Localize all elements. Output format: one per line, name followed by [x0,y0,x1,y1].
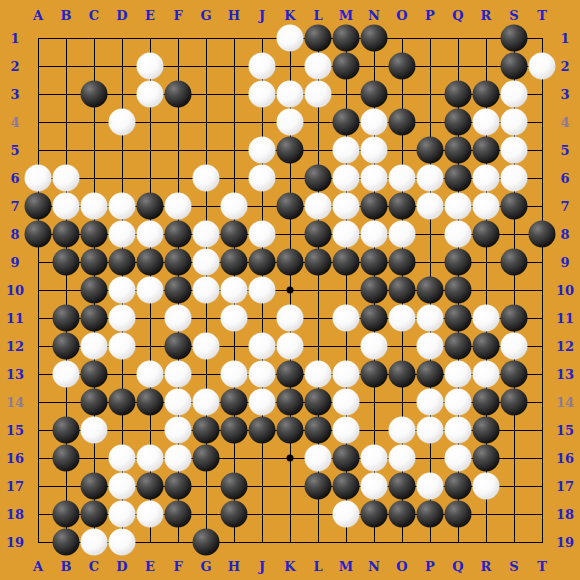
intersection-D15[interactable] [108,416,136,444]
intersection-C13[interactable] [80,360,108,388]
intersection-E19[interactable] [136,528,164,556]
intersection-P10[interactable] [416,276,444,304]
intersection-B11[interactable] [52,304,80,332]
intersection-Q7[interactable] [444,192,472,220]
intersection-Q4[interactable] [444,108,472,136]
intersection-G17[interactable] [192,472,220,500]
intersection-D8[interactable] [108,220,136,248]
intersection-C4[interactable] [80,108,108,136]
intersection-G3[interactable] [192,80,220,108]
intersection-F10[interactable] [164,276,192,304]
intersection-H18[interactable] [220,500,248,528]
intersection-R3[interactable] [472,80,500,108]
intersection-J11[interactable] [248,304,276,332]
intersection-R5[interactable] [472,136,500,164]
intersection-D2[interactable] [108,52,136,80]
intersection-R11[interactable] [472,304,500,332]
intersection-K6[interactable] [276,164,304,192]
intersection-L12[interactable] [304,332,332,360]
intersection-J5[interactable] [248,136,276,164]
intersection-M13[interactable] [332,360,360,388]
intersection-O16[interactable] [388,444,416,472]
intersection-H3[interactable] [220,80,248,108]
intersection-A17[interactable] [24,472,52,500]
intersection-O19[interactable] [388,528,416,556]
intersection-A3[interactable] [24,80,52,108]
intersection-T5[interactable] [528,136,556,164]
intersection-H8[interactable] [220,220,248,248]
intersection-M10[interactable] [332,276,360,304]
intersection-L7[interactable] [304,192,332,220]
intersection-S10[interactable] [500,276,528,304]
intersection-D6[interactable] [108,164,136,192]
intersection-T10[interactable] [528,276,556,304]
intersection-R7[interactable] [472,192,500,220]
intersection-J8[interactable] [248,220,276,248]
intersection-H4[interactable] [220,108,248,136]
intersection-P16[interactable] [416,444,444,472]
intersection-S17[interactable] [500,472,528,500]
intersection-S11[interactable] [500,304,528,332]
intersection-K10[interactable] [276,276,304,304]
intersection-Q12[interactable] [444,332,472,360]
intersection-J16[interactable] [248,444,276,472]
intersection-N1[interactable] [360,24,388,52]
intersection-B10[interactable] [52,276,80,304]
intersection-S6[interactable] [500,164,528,192]
intersection-P15[interactable] [416,416,444,444]
intersection-B13[interactable] [52,360,80,388]
intersection-E16[interactable] [136,444,164,472]
intersection-K14[interactable] [276,388,304,416]
intersection-M8[interactable] [332,220,360,248]
intersection-O11[interactable] [388,304,416,332]
intersection-H12[interactable] [220,332,248,360]
intersection-L3[interactable] [304,80,332,108]
intersection-S16[interactable] [500,444,528,472]
intersection-C7[interactable] [80,192,108,220]
intersection-N18[interactable] [360,500,388,528]
intersection-Q6[interactable] [444,164,472,192]
intersection-F5[interactable] [164,136,192,164]
intersection-J9[interactable] [248,248,276,276]
intersection-F4[interactable] [164,108,192,136]
intersection-Q2[interactable] [444,52,472,80]
intersection-P2[interactable] [416,52,444,80]
intersection-R4[interactable] [472,108,500,136]
intersection-F15[interactable] [164,416,192,444]
intersection-B16[interactable] [52,444,80,472]
intersection-T7[interactable] [528,192,556,220]
intersection-Q17[interactable] [444,472,472,500]
intersection-A7[interactable] [24,192,52,220]
intersection-B1[interactable] [52,24,80,52]
intersection-C3[interactable] [80,80,108,108]
intersection-S3[interactable] [500,80,528,108]
intersection-H14[interactable] [220,388,248,416]
intersection-N17[interactable] [360,472,388,500]
intersection-J2[interactable] [248,52,276,80]
intersection-A2[interactable] [24,52,52,80]
intersection-M19[interactable] [332,528,360,556]
intersection-D9[interactable] [108,248,136,276]
intersection-A1[interactable] [24,24,52,52]
intersection-Q15[interactable] [444,416,472,444]
intersection-A12[interactable] [24,332,52,360]
intersection-N4[interactable] [360,108,388,136]
intersection-J14[interactable] [248,388,276,416]
intersection-T4[interactable] [528,108,556,136]
intersection-C15[interactable] [80,416,108,444]
intersection-K5[interactable] [276,136,304,164]
intersection-O9[interactable] [388,248,416,276]
intersection-N2[interactable] [360,52,388,80]
intersection-L19[interactable] [304,528,332,556]
intersection-O13[interactable] [388,360,416,388]
intersection-N15[interactable] [360,416,388,444]
intersection-R14[interactable] [472,388,500,416]
intersection-P9[interactable] [416,248,444,276]
intersection-K15[interactable] [276,416,304,444]
intersection-N12[interactable] [360,332,388,360]
intersection-S13[interactable] [500,360,528,388]
intersection-N16[interactable] [360,444,388,472]
intersection-A14[interactable] [24,388,52,416]
intersection-Q18[interactable] [444,500,472,528]
intersection-C18[interactable] [80,500,108,528]
intersection-P4[interactable] [416,108,444,136]
intersection-G9[interactable] [192,248,220,276]
intersection-J15[interactable] [248,416,276,444]
intersection-D12[interactable] [108,332,136,360]
intersection-R9[interactable] [472,248,500,276]
intersection-E1[interactable] [136,24,164,52]
intersection-P18[interactable] [416,500,444,528]
intersection-J10[interactable] [248,276,276,304]
intersection-L6[interactable] [304,164,332,192]
intersection-E17[interactable] [136,472,164,500]
intersection-L15[interactable] [304,416,332,444]
intersection-C12[interactable] [80,332,108,360]
intersection-E10[interactable] [136,276,164,304]
intersection-D18[interactable] [108,500,136,528]
intersection-S8[interactable] [500,220,528,248]
intersection-D14[interactable] [108,388,136,416]
intersection-B12[interactable] [52,332,80,360]
intersection-Q16[interactable] [444,444,472,472]
intersection-M17[interactable] [332,472,360,500]
intersection-O15[interactable] [388,416,416,444]
intersection-L9[interactable] [304,248,332,276]
intersection-A11[interactable] [24,304,52,332]
intersection-D16[interactable] [108,444,136,472]
intersection-Q13[interactable] [444,360,472,388]
intersection-E11[interactable] [136,304,164,332]
intersection-L5[interactable] [304,136,332,164]
intersection-C10[interactable] [80,276,108,304]
intersection-K17[interactable] [276,472,304,500]
intersection-A18[interactable] [24,500,52,528]
intersection-O8[interactable] [388,220,416,248]
intersection-N11[interactable] [360,304,388,332]
intersection-S4[interactable] [500,108,528,136]
intersection-G6[interactable] [192,164,220,192]
intersection-L16[interactable] [304,444,332,472]
intersection-J12[interactable] [248,332,276,360]
intersection-F12[interactable] [164,332,192,360]
intersection-C1[interactable] [80,24,108,52]
intersection-F3[interactable] [164,80,192,108]
intersection-F19[interactable] [164,528,192,556]
intersection-D5[interactable] [108,136,136,164]
intersection-B19[interactable] [52,528,80,556]
intersection-S2[interactable] [500,52,528,80]
intersection-Q19[interactable] [444,528,472,556]
intersection-O6[interactable] [388,164,416,192]
intersection-L8[interactable] [304,220,332,248]
intersection-E4[interactable] [136,108,164,136]
intersection-N10[interactable] [360,276,388,304]
intersection-R6[interactable] [472,164,500,192]
intersection-P5[interactable] [416,136,444,164]
intersection-H13[interactable] [220,360,248,388]
intersection-P1[interactable] [416,24,444,52]
intersection-B2[interactable] [52,52,80,80]
intersection-D11[interactable] [108,304,136,332]
intersection-K2[interactable] [276,52,304,80]
intersection-L1[interactable] [304,24,332,52]
intersection-F6[interactable] [164,164,192,192]
intersection-R16[interactable] [472,444,500,472]
intersection-D7[interactable] [108,192,136,220]
intersection-M12[interactable] [332,332,360,360]
intersection-E8[interactable] [136,220,164,248]
intersection-N13[interactable] [360,360,388,388]
intersection-E5[interactable] [136,136,164,164]
intersection-M1[interactable] [332,24,360,52]
intersection-M11[interactable] [332,304,360,332]
intersection-C2[interactable] [80,52,108,80]
intersection-N14[interactable] [360,388,388,416]
intersection-S14[interactable] [500,388,528,416]
intersection-G2[interactable] [192,52,220,80]
intersection-M18[interactable] [332,500,360,528]
intersection-B5[interactable] [52,136,80,164]
intersection-L18[interactable] [304,500,332,528]
intersection-N6[interactable] [360,164,388,192]
intersection-M14[interactable] [332,388,360,416]
intersection-T9[interactable] [528,248,556,276]
intersection-H1[interactable] [220,24,248,52]
intersection-E13[interactable] [136,360,164,388]
intersection-Q9[interactable] [444,248,472,276]
intersection-O2[interactable] [388,52,416,80]
intersection-M4[interactable] [332,108,360,136]
intersection-A5[interactable] [24,136,52,164]
intersection-F2[interactable] [164,52,192,80]
intersection-G1[interactable] [192,24,220,52]
intersection-G4[interactable] [192,108,220,136]
intersection-H7[interactable] [220,192,248,220]
intersection-E14[interactable] [136,388,164,416]
intersection-C5[interactable] [80,136,108,164]
intersection-B18[interactable] [52,500,80,528]
intersection-H11[interactable] [220,304,248,332]
intersection-G5[interactable] [192,136,220,164]
intersection-J3[interactable] [248,80,276,108]
intersection-N19[interactable] [360,528,388,556]
intersection-A15[interactable] [24,416,52,444]
intersection-E12[interactable] [136,332,164,360]
intersection-K3[interactable] [276,80,304,108]
intersection-K12[interactable] [276,332,304,360]
intersection-B14[interactable] [52,388,80,416]
intersection-K7[interactable] [276,192,304,220]
intersection-S19[interactable] [500,528,528,556]
intersection-J7[interactable] [248,192,276,220]
intersection-A16[interactable] [24,444,52,472]
intersection-A8[interactable] [24,220,52,248]
intersection-A9[interactable] [24,248,52,276]
intersection-B9[interactable] [52,248,80,276]
intersection-B7[interactable] [52,192,80,220]
intersection-J13[interactable] [248,360,276,388]
intersection-H15[interactable] [220,416,248,444]
intersection-F17[interactable] [164,472,192,500]
intersection-N7[interactable] [360,192,388,220]
intersection-G10[interactable] [192,276,220,304]
intersection-D3[interactable] [108,80,136,108]
intersection-Q11[interactable] [444,304,472,332]
intersection-S7[interactable] [500,192,528,220]
intersection-G15[interactable] [192,416,220,444]
intersection-R15[interactable] [472,416,500,444]
intersection-T8[interactable] [528,220,556,248]
intersection-F7[interactable] [164,192,192,220]
intersection-M9[interactable] [332,248,360,276]
intersection-G8[interactable] [192,220,220,248]
intersection-F11[interactable] [164,304,192,332]
intersection-S9[interactable] [500,248,528,276]
intersection-H5[interactable] [220,136,248,164]
intersection-T2[interactable] [528,52,556,80]
intersection-F13[interactable] [164,360,192,388]
intersection-C9[interactable] [80,248,108,276]
intersection-T3[interactable] [528,80,556,108]
intersection-P3[interactable] [416,80,444,108]
intersection-B6[interactable] [52,164,80,192]
intersection-G13[interactable] [192,360,220,388]
intersection-M16[interactable] [332,444,360,472]
intersection-J4[interactable] [248,108,276,136]
intersection-O12[interactable] [388,332,416,360]
intersection-M5[interactable] [332,136,360,164]
intersection-F8[interactable] [164,220,192,248]
intersection-N5[interactable] [360,136,388,164]
intersection-H9[interactable] [220,248,248,276]
intersection-K8[interactable] [276,220,304,248]
intersection-N9[interactable] [360,248,388,276]
intersection-F9[interactable] [164,248,192,276]
intersection-T6[interactable] [528,164,556,192]
intersection-B15[interactable] [52,416,80,444]
intersection-T17[interactable] [528,472,556,500]
intersection-P11[interactable] [416,304,444,332]
intersection-O14[interactable] [388,388,416,416]
intersection-D4[interactable] [108,108,136,136]
intersection-G7[interactable] [192,192,220,220]
intersection-R19[interactable] [472,528,500,556]
intersection-R1[interactable] [472,24,500,52]
intersection-E15[interactable] [136,416,164,444]
intersection-B17[interactable] [52,472,80,500]
intersection-A10[interactable] [24,276,52,304]
intersection-E2[interactable] [136,52,164,80]
intersection-P17[interactable] [416,472,444,500]
intersection-O18[interactable] [388,500,416,528]
intersection-P8[interactable] [416,220,444,248]
intersection-R2[interactable] [472,52,500,80]
intersection-J1[interactable] [248,24,276,52]
intersection-G12[interactable] [192,332,220,360]
intersection-Q1[interactable] [444,24,472,52]
intersection-C6[interactable] [80,164,108,192]
intersection-K11[interactable] [276,304,304,332]
intersection-K16[interactable] [276,444,304,472]
intersection-T15[interactable] [528,416,556,444]
intersection-C17[interactable] [80,472,108,500]
intersection-S15[interactable] [500,416,528,444]
intersection-J19[interactable] [248,528,276,556]
intersection-K1[interactable] [276,24,304,52]
intersection-D13[interactable] [108,360,136,388]
intersection-M15[interactable] [332,416,360,444]
intersection-L10[interactable] [304,276,332,304]
intersection-A6[interactable] [24,164,52,192]
intersection-T12[interactable] [528,332,556,360]
intersection-H10[interactable] [220,276,248,304]
intersection-O7[interactable] [388,192,416,220]
intersection-J18[interactable] [248,500,276,528]
intersection-K4[interactable] [276,108,304,136]
intersection-S12[interactable] [500,332,528,360]
intersection-F16[interactable] [164,444,192,472]
intersection-E7[interactable] [136,192,164,220]
intersection-T11[interactable] [528,304,556,332]
intersection-C19[interactable] [80,528,108,556]
intersection-G11[interactable] [192,304,220,332]
intersection-K18[interactable] [276,500,304,528]
intersection-C11[interactable] [80,304,108,332]
intersection-T19[interactable] [528,528,556,556]
intersection-L13[interactable] [304,360,332,388]
intersection-P14[interactable] [416,388,444,416]
intersection-T18[interactable] [528,500,556,528]
intersection-B4[interactable] [52,108,80,136]
intersection-S5[interactable] [500,136,528,164]
intersection-T1[interactable] [528,24,556,52]
intersection-D19[interactable] [108,528,136,556]
intersection-P13[interactable] [416,360,444,388]
intersection-R13[interactable] [472,360,500,388]
intersection-B8[interactable] [52,220,80,248]
intersection-Q8[interactable] [444,220,472,248]
intersection-J6[interactable] [248,164,276,192]
intersection-T16[interactable] [528,444,556,472]
intersection-H2[interactable] [220,52,248,80]
intersection-D10[interactable] [108,276,136,304]
intersection-R12[interactable] [472,332,500,360]
